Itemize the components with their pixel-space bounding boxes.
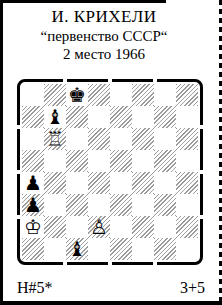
board-frame: ♚♝♖♟♟♔♙♝ [17, 79, 203, 265]
frame-notch [108, 79, 112, 82]
card-top-border [0, 0, 166, 3]
square-f3[interactable] [132, 194, 154, 216]
square-b6[interactable]: ♖ [44, 128, 66, 150]
square-f8[interactable] [132, 84, 154, 106]
square-a5[interactable] [22, 150, 44, 172]
square-e6[interactable] [110, 128, 132, 150]
square-g6[interactable] [154, 128, 176, 150]
square-h5[interactable] [176, 150, 198, 172]
square-d6[interactable] [88, 128, 110, 150]
frame-notch [200, 125, 203, 129]
square-c3[interactable] [66, 194, 88, 216]
event-line: “первенство СССР“ [0, 28, 208, 45]
piece-black-pawn: ♟ [24, 172, 42, 194]
square-g8[interactable] [154, 84, 176, 106]
header: И. КРИХЕЛИ “первенство СССР“ 2 место 196… [0, 7, 208, 63]
piece-white-pawn: ♙ [90, 216, 108, 238]
square-e2[interactable] [110, 216, 132, 238]
problem-card: И. КРИХЕЛИ “первенство СССР“ 2 место 196… [0, 0, 222, 305]
material-count: 3+5 [180, 279, 205, 297]
square-b2[interactable] [44, 216, 66, 238]
square-e4[interactable] [110, 172, 132, 194]
square-g1[interactable] [154, 238, 176, 260]
square-c5[interactable] [66, 150, 88, 172]
square-e7[interactable] [110, 106, 132, 128]
square-a6[interactable] [22, 128, 44, 150]
square-d3[interactable] [88, 194, 110, 216]
frame-notch [153, 262, 157, 265]
square-b7[interactable]: ♝ [44, 106, 66, 128]
frame-notch [17, 170, 20, 174]
square-a3[interactable]: ♟ [22, 194, 44, 216]
square-e1[interactable] [110, 238, 132, 260]
square-c4[interactable] [66, 172, 88, 194]
square-a4[interactable]: ♟ [22, 172, 44, 194]
square-f5[interactable] [132, 150, 154, 172]
footer: H#5* 3+5 [17, 279, 205, 297]
square-a7[interactable] [22, 106, 44, 128]
square-c6[interactable] [66, 128, 88, 150]
square-c7[interactable] [66, 106, 88, 128]
square-h3[interactable] [176, 194, 198, 216]
square-f4[interactable] [132, 172, 154, 194]
square-d5[interactable] [88, 150, 110, 172]
frame-notch [63, 79, 67, 82]
square-h1[interactable] [176, 238, 198, 260]
frame-notch [200, 215, 203, 219]
square-g4[interactable] [154, 172, 176, 194]
piece-black-bishop: ♝ [46, 106, 64, 128]
square-b1[interactable] [44, 238, 66, 260]
square-g3[interactable] [154, 194, 176, 216]
square-b4[interactable] [44, 172, 66, 194]
piece-black-king: ♚ [68, 84, 86, 106]
piece-black-bishop: ♝ [68, 238, 86, 260]
frame-notch [63, 262, 67, 265]
square-d1[interactable] [88, 238, 110, 260]
square-g7[interactable] [154, 106, 176, 128]
square-a2[interactable]: ♔ [22, 216, 44, 238]
square-c1[interactable]: ♝ [66, 238, 88, 260]
square-c2[interactable] [66, 216, 88, 238]
square-c8[interactable]: ♚ [66, 84, 88, 106]
card-bottom-border [0, 301, 222, 305]
square-h6[interactable] [176, 128, 198, 150]
square-b3[interactable] [44, 194, 66, 216]
square-e8[interactable] [110, 84, 132, 106]
square-h8[interactable] [176, 84, 198, 106]
frame-notch [17, 125, 20, 129]
square-d4[interactable] [88, 172, 110, 194]
frame-notch [153, 79, 157, 82]
square-f6[interactable] [132, 128, 154, 150]
card-dashed-cut-border [219, 0, 222, 305]
square-b8[interactable] [44, 84, 66, 106]
square-e5[interactable] [110, 150, 132, 172]
frame-notch [108, 262, 112, 265]
square-d2[interactable]: ♙ [88, 216, 110, 238]
square-d8[interactable] [88, 84, 110, 106]
piece-white-rook: ♖ [46, 128, 64, 150]
stipulation: H#5* [17, 279, 53, 297]
piece-black-pawn: ♟ [24, 194, 42, 216]
square-g5[interactable] [154, 150, 176, 172]
square-e3[interactable] [110, 194, 132, 216]
square-d7[interactable] [88, 106, 110, 128]
frame-notch [17, 215, 20, 219]
square-f7[interactable] [132, 106, 154, 128]
square-h2[interactable] [176, 216, 198, 238]
square-b5[interactable] [44, 150, 66, 172]
square-g2[interactable] [154, 216, 176, 238]
composer-name: И. КРИХЕЛИ [0, 7, 208, 26]
frame-notch [200, 170, 203, 174]
board: ♚♝♖♟♟♔♙♝ [22, 84, 198, 260]
square-a8[interactable] [22, 84, 44, 106]
square-a1[interactable] [22, 238, 44, 260]
placement-line: 2 место 1966 [0, 46, 208, 63]
square-h7[interactable] [176, 106, 198, 128]
square-f1[interactable] [132, 238, 154, 260]
square-h4[interactable] [176, 172, 198, 194]
piece-white-king: ♔ [24, 216, 42, 238]
square-f2[interactable] [132, 216, 154, 238]
